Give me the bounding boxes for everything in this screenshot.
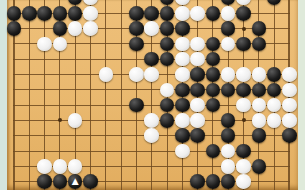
black-stone xyxy=(7,21,22,36)
white-stone xyxy=(221,67,236,82)
white-stone xyxy=(160,83,175,98)
white-stone xyxy=(221,6,236,21)
left-margin xyxy=(0,0,7,190)
marked-black-stone: ▲ xyxy=(68,174,83,189)
white-stone xyxy=(68,159,83,174)
right-margin xyxy=(298,0,305,190)
white-stone xyxy=(175,144,190,159)
white-stone xyxy=(83,21,98,36)
black-stone xyxy=(206,37,221,52)
star-point xyxy=(242,27,246,31)
white-stone xyxy=(252,113,267,128)
white-stone xyxy=(282,113,297,128)
star-point xyxy=(58,118,62,122)
white-stone xyxy=(175,37,190,52)
black-stone xyxy=(206,52,221,67)
white-stone xyxy=(53,37,68,52)
black-stone xyxy=(221,83,236,98)
black-stone xyxy=(129,37,144,52)
black-stone xyxy=(267,67,282,82)
black-stone xyxy=(206,6,221,21)
black-stone xyxy=(160,52,175,67)
white-stone xyxy=(236,0,251,5)
white-stone xyxy=(175,0,190,5)
black-stone xyxy=(190,128,205,143)
black-stone xyxy=(160,21,175,36)
black-stone xyxy=(221,21,236,36)
white-stone xyxy=(68,21,83,36)
black-stone xyxy=(236,37,251,52)
white-stone xyxy=(37,159,52,174)
black-stone xyxy=(175,21,190,36)
white-stone xyxy=(144,128,159,143)
triangle-marker: ▲ xyxy=(68,174,83,189)
black-stone xyxy=(267,83,282,98)
black-stone xyxy=(221,113,236,128)
black-stone xyxy=(206,98,221,113)
white-stone xyxy=(190,37,205,52)
black-stone xyxy=(206,83,221,98)
black-stone xyxy=(83,174,98,189)
black-stone xyxy=(236,83,251,98)
white-stone xyxy=(252,67,267,82)
black-stone xyxy=(190,83,205,98)
black-stone xyxy=(236,6,251,21)
white-stone xyxy=(129,67,144,82)
black-stone xyxy=(68,0,83,5)
white-stone xyxy=(144,67,159,82)
black-stone xyxy=(252,159,267,174)
white-stone xyxy=(175,52,190,67)
black-stone xyxy=(175,98,190,113)
white-stone xyxy=(282,67,297,82)
black-stone xyxy=(206,67,221,82)
black-stone xyxy=(221,0,236,5)
black-stone xyxy=(190,67,205,82)
white-stone xyxy=(190,113,205,128)
black-stone xyxy=(160,113,175,128)
white-stone xyxy=(175,6,190,21)
black-stone xyxy=(129,21,144,36)
white-stone xyxy=(221,144,236,159)
black-stone xyxy=(190,174,205,189)
white-stone xyxy=(37,37,52,52)
white-stone xyxy=(175,67,190,82)
black-stone xyxy=(221,128,236,143)
black-stone xyxy=(160,37,175,52)
black-stone xyxy=(37,174,52,189)
black-stone xyxy=(252,37,267,52)
white-stone xyxy=(267,113,282,128)
black-stone xyxy=(160,6,175,21)
black-stone xyxy=(175,128,190,143)
black-stone xyxy=(236,144,251,159)
black-stone xyxy=(53,6,68,21)
black-stone xyxy=(144,6,159,21)
black-stone xyxy=(129,6,144,21)
black-stone xyxy=(252,128,267,143)
white-stone xyxy=(267,98,282,113)
star-point xyxy=(242,118,246,122)
black-stone xyxy=(282,128,297,143)
black-stone xyxy=(252,83,267,98)
white-stone xyxy=(68,113,83,128)
white-stone xyxy=(282,83,297,98)
black-stone xyxy=(175,83,190,98)
white-stone xyxy=(236,98,251,113)
black-stone xyxy=(7,6,22,21)
white-stone xyxy=(175,113,190,128)
white-stone xyxy=(236,67,251,82)
black-stone xyxy=(206,174,221,189)
black-stone xyxy=(53,21,68,36)
black-stone xyxy=(206,144,221,159)
white-stone xyxy=(99,67,114,82)
white-stone xyxy=(83,6,98,21)
white-stone xyxy=(144,113,159,128)
go-board[interactable]: ▲ xyxy=(7,0,298,190)
black-stone xyxy=(53,174,68,189)
black-stone xyxy=(221,174,236,189)
black-stone xyxy=(37,6,52,21)
black-stone xyxy=(22,6,37,21)
screenshot-root: ▲ xyxy=(0,0,305,190)
white-stone xyxy=(83,0,98,5)
white-stone xyxy=(144,21,159,36)
black-stone xyxy=(144,52,159,67)
white-stone xyxy=(252,98,267,113)
black-stone xyxy=(252,21,267,36)
white-stone xyxy=(236,159,251,174)
black-stone xyxy=(68,6,83,21)
white-stone xyxy=(236,174,251,189)
white-stone xyxy=(221,159,236,174)
white-stone xyxy=(190,52,205,67)
black-stone xyxy=(160,0,175,5)
black-stone xyxy=(160,98,175,113)
black-stone xyxy=(267,0,282,5)
white-stone xyxy=(190,6,205,21)
white-stone xyxy=(190,98,205,113)
white-stone xyxy=(282,98,297,113)
white-stone xyxy=(221,37,236,52)
black-stone xyxy=(129,98,144,113)
white-stone xyxy=(53,159,68,174)
